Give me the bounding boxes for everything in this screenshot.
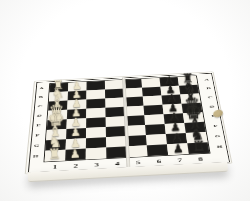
square-d4[interactable] <box>105 107 125 117</box>
square-h4[interactable] <box>106 146 127 158</box>
square-h7[interactable]: ♟ <box>167 143 189 155</box>
piece-white-rook[interactable]: ♜ <box>44 146 65 161</box>
square-h3[interactable] <box>86 148 107 160</box>
chess-board-assembly: ABCDEFGH ABCDEFGH ♜♟♟♜♞♟♟♞♝♟♟♝♛♟♟♛♚♟♟♚♝♟… <box>16 0 234 201</box>
square-e3[interactable] <box>86 117 106 128</box>
square-h8[interactable]: ♜ <box>187 142 209 154</box>
square-g5[interactable] <box>126 135 147 146</box>
product-photo-scene: ABCDEFGH ABCDEFGH ♜♟♟♜♞♟♟♞♝♟♟♝♛♟♟♛♚♟♟♚♝♟… <box>0 0 250 201</box>
file-label: G <box>31 140 41 151</box>
file-label: H <box>214 141 226 152</box>
file-label: H <box>30 150 41 161</box>
square-g3[interactable] <box>86 137 106 148</box>
file-label: F <box>210 121 221 131</box>
file-label: D <box>34 110 44 120</box>
chess-board: ABCDEFGH ABCDEFGH ♜♟♟♜♞♟♟♞♝♟♟♝♛♟♟♛♚♟♟♚♝♟… <box>25 72 233 175</box>
file-label: C <box>205 92 216 102</box>
file-label: F <box>32 130 42 141</box>
file-label: G <box>212 131 224 142</box>
file-label: E <box>33 120 43 130</box>
square-g6[interactable] <box>146 134 167 145</box>
piece-black-rook[interactable]: ♜ <box>188 138 209 153</box>
square-h6[interactable] <box>147 144 168 156</box>
square-g4[interactable] <box>106 136 126 147</box>
square-h2[interactable]: ♟ <box>65 149 86 161</box>
piece-black-pawn[interactable]: ♟ <box>168 142 189 155</box>
square-h1[interactable]: ♜ <box>45 150 66 162</box>
piece-white-pawn[interactable]: ♟ <box>64 147 85 160</box>
